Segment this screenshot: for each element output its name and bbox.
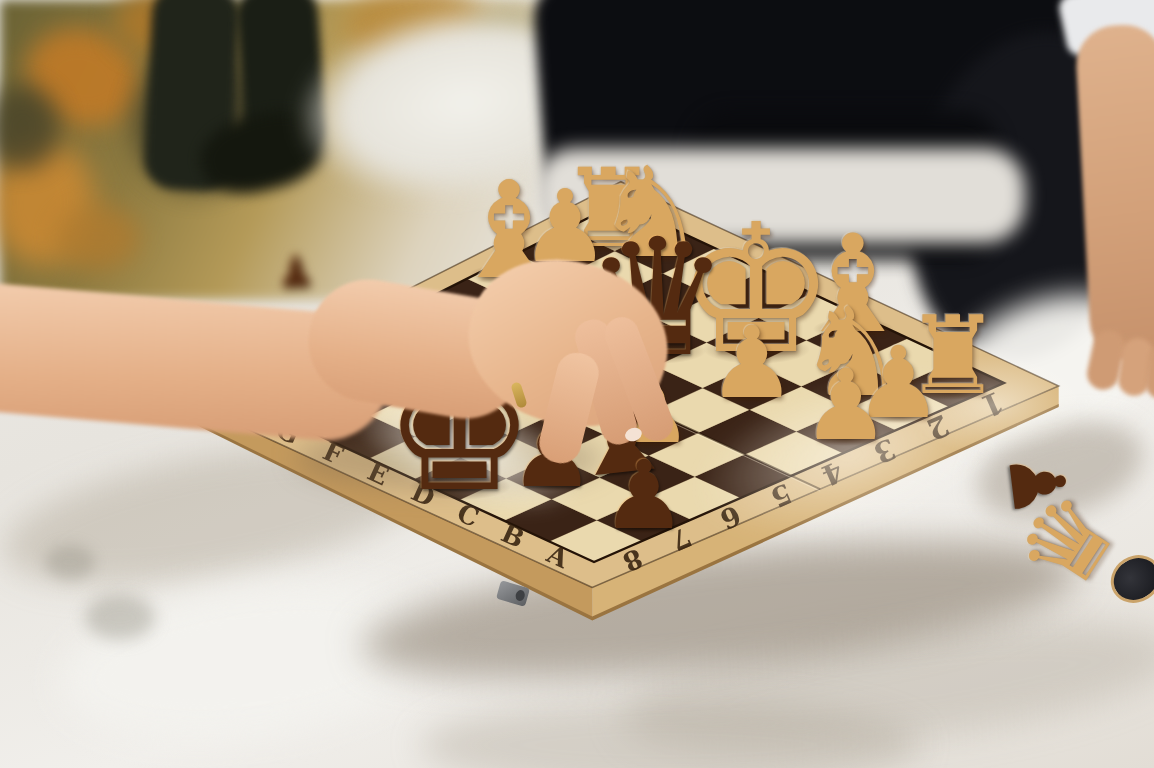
- photo-scene: ABCDEFGH87654321 ♜♞♟♝♝♚♛♜♞♟♟♟♟♝♟♚♟♟♟♟♟♛: [0, 0, 1154, 768]
- piece-black-pawn-a7[interactable]: ♟: [587, 448, 701, 543]
- captured-piece-black-pawn[interactable]: ♟: [273, 249, 319, 295]
- piece-white-pawn-a3[interactable]: ♟: [787, 356, 905, 454]
